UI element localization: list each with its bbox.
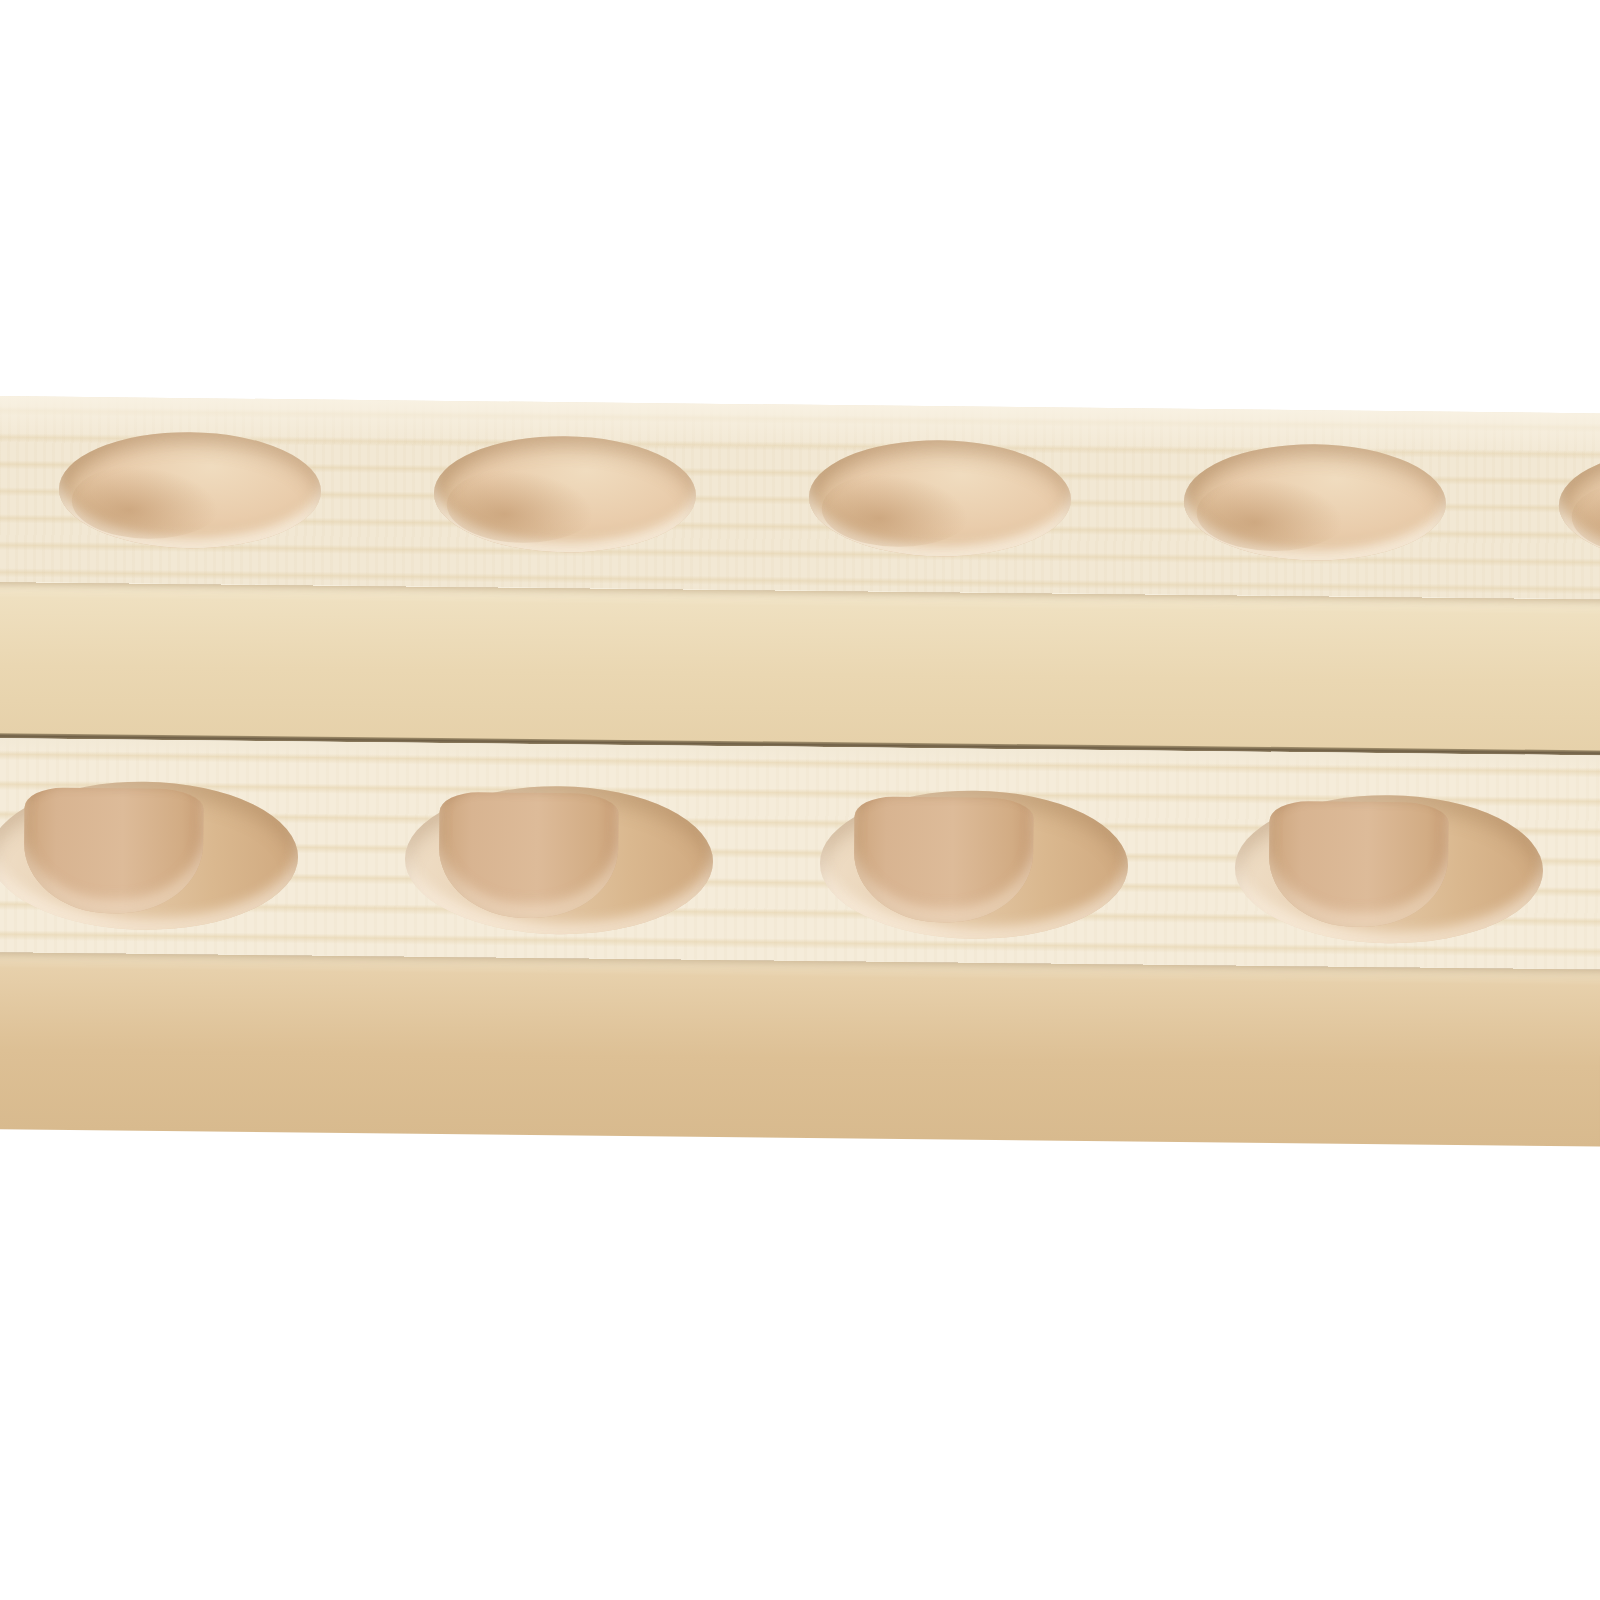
front-rail-top-surface [0,738,1600,970]
bottom-pit-4[interactable] [1234,794,1544,945]
bottom-pit-row [0,780,1544,945]
mancala-board-photo [0,0,1600,1600]
bottom-pit-1[interactable] [0,780,299,931]
top-pit-3[interactable] [808,439,1071,558]
front-rail-front-face [0,952,1600,1147]
back-rail-top-surface [0,396,1600,600]
pit-inner-bore [438,792,618,918]
top-pit-2[interactable] [433,435,696,554]
bottom-pit-3[interactable] [819,789,1129,940]
pit-inner-bore [853,797,1033,923]
pit-inner-bore [23,788,203,914]
top-pit-1[interactable] [58,431,321,550]
top-pit-5[interactable] [1558,447,1600,566]
back-rail-front-face [0,582,1600,752]
pit-inner-bore [1268,801,1448,927]
top-pit-4[interactable] [1183,443,1446,562]
bottom-pit-2[interactable] [404,785,714,936]
mancala-board [0,396,1600,1149]
top-pit-row [58,431,1600,566]
